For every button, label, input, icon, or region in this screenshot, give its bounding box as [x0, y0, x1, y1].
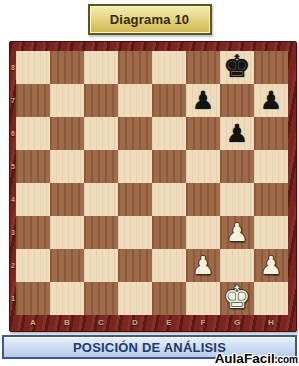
chess-board: 8♚7♟♟6♟543♟2♟♟1♚ABCDEFGH — [9, 41, 297, 332]
square-a8 — [16, 51, 50, 84]
square-f2: ♟ — [186, 249, 220, 282]
square-g3: ♟ — [220, 216, 254, 249]
square-c2 — [84, 249, 118, 282]
square-e2 — [152, 249, 186, 282]
square-c5 — [84, 150, 118, 183]
square-c7 — [84, 84, 118, 117]
board-frame-right — [288, 84, 296, 117]
board-frame-right — [288, 150, 296, 183]
square-h4 — [254, 183, 288, 216]
square-f5 — [186, 150, 220, 183]
square-d6 — [118, 117, 152, 150]
board-frame-right — [288, 51, 296, 84]
piece-white-pawn: ♟ — [260, 253, 282, 278]
board-frame-right — [288, 117, 296, 150]
piece-black-pawn: ♟ — [192, 88, 214, 113]
piece-white-pawn: ♟ — [192, 253, 214, 278]
file-label-b: B — [50, 315, 84, 331]
watermark-suffix: .com — [275, 354, 298, 365]
square-b8 — [50, 51, 84, 84]
piece-black-king: ♚ — [223, 51, 251, 82]
watermark-brand: AulaFacil — [215, 351, 275, 366]
piece-white-pawn: ♟ — [226, 220, 248, 245]
square-f7: ♟ — [186, 84, 220, 117]
board-frame-top — [10, 42, 296, 51]
square-h3 — [254, 216, 288, 249]
square-h8 — [254, 51, 288, 84]
square-d2 — [118, 249, 152, 282]
square-c6 — [84, 117, 118, 150]
square-e5 — [152, 150, 186, 183]
square-b7 — [50, 84, 84, 117]
file-label-a: A — [16, 315, 50, 331]
square-a3 — [16, 216, 50, 249]
square-c3 — [84, 216, 118, 249]
square-a6 — [16, 117, 50, 150]
board-frame-right — [288, 183, 296, 216]
square-d8 — [118, 51, 152, 84]
square-h2: ♟ — [254, 249, 288, 282]
square-e7 — [152, 84, 186, 117]
square-g6: ♟ — [220, 117, 254, 150]
square-e1 — [152, 282, 186, 315]
board-frame-corner — [288, 315, 296, 331]
square-e4 — [152, 183, 186, 216]
square-b4 — [50, 183, 84, 216]
square-c4 — [84, 183, 118, 216]
square-g2 — [220, 249, 254, 282]
board-frame-right — [288, 216, 296, 249]
diagram-title-box: Diagrama 10 — [88, 4, 212, 35]
board-frame-right — [288, 282, 296, 315]
square-f4 — [186, 183, 220, 216]
square-b1 — [50, 282, 84, 315]
square-d4 — [118, 183, 152, 216]
square-f3 — [186, 216, 220, 249]
piece-black-pawn: ♟ — [226, 121, 248, 146]
square-g7 — [220, 84, 254, 117]
square-e8 — [152, 51, 186, 84]
square-d1 — [118, 282, 152, 315]
piece-white-king: ♚ — [223, 282, 251, 313]
square-a7 — [16, 84, 50, 117]
square-d5 — [118, 150, 152, 183]
square-a1 — [16, 282, 50, 315]
square-e3 — [152, 216, 186, 249]
square-e6 — [152, 117, 186, 150]
square-g1: ♚ — [220, 282, 254, 315]
file-label-g: G — [220, 315, 254, 331]
square-b3 — [50, 216, 84, 249]
file-label-c: C — [84, 315, 118, 331]
square-b5 — [50, 150, 84, 183]
square-g5 — [220, 150, 254, 183]
square-h7: ♟ — [254, 84, 288, 117]
square-h5 — [254, 150, 288, 183]
square-g4 — [220, 183, 254, 216]
board-frame-right — [288, 249, 296, 282]
square-f1 — [186, 282, 220, 315]
diagram-page: Diagrama 10 8♚7♟♟6♟543♟2♟♟1♚ABCDEFGH POS… — [0, 0, 299, 366]
file-label-f: F — [186, 315, 220, 331]
square-a4 — [16, 183, 50, 216]
square-b2 — [50, 249, 84, 282]
square-d3 — [118, 216, 152, 249]
square-b6 — [50, 117, 84, 150]
square-d7 — [118, 84, 152, 117]
square-h6 — [254, 117, 288, 150]
square-c1 — [84, 282, 118, 315]
diagram-title: Diagrama 10 — [110, 12, 190, 27]
square-f8 — [186, 51, 220, 84]
square-c8 — [84, 51, 118, 84]
caption-text: POSICIÓN DE ANÁLISIS — [73, 340, 226, 355]
square-h1 — [254, 282, 288, 315]
piece-black-pawn: ♟ — [260, 88, 282, 113]
file-label-e: E — [152, 315, 186, 331]
watermark: AulaFacil.com — [215, 349, 298, 366]
square-g8: ♚ — [220, 51, 254, 84]
square-a2 — [16, 249, 50, 282]
square-f6 — [186, 117, 220, 150]
file-label-d: D — [118, 315, 152, 331]
square-a5 — [16, 150, 50, 183]
file-label-h: H — [254, 315, 288, 331]
